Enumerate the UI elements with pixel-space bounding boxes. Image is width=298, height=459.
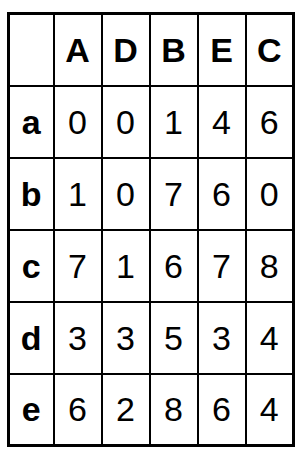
cell-d-C: 4 [246,302,294,374]
cell-c-E: 7 [198,230,246,302]
row-e: e 6 2 8 6 4 [9,374,294,446]
cell-e-A: 6 [54,374,102,446]
row-header-e: e [9,374,54,446]
row-header-d: d [9,302,54,374]
row-b: b 1 0 7 6 0 [9,158,294,230]
cell-e-B: 8 [150,374,198,446]
cell-b-C: 0 [246,158,294,230]
col-header-E: E [198,14,246,86]
cell-a-B: 1 [150,86,198,158]
cell-b-B: 7 [150,158,198,230]
row-header-c: c [9,230,54,302]
row-header-b: b [9,158,54,230]
cell-b-A: 1 [54,158,102,230]
col-header-A: A [54,14,102,86]
cell-c-C: 8 [246,230,294,302]
cell-d-A: 3 [54,302,102,374]
cell-a-C: 6 [246,86,294,158]
cell-a-D: 0 [102,86,150,158]
cell-a-A: 0 [54,86,102,158]
row-header-a: a [9,86,54,158]
cell-d-B: 5 [150,302,198,374]
cell-e-C: 4 [246,374,294,446]
cell-d-E: 3 [198,302,246,374]
row-c: c 7 1 6 7 8 [9,230,294,302]
row-d: d 3 3 5 3 4 [9,302,294,374]
matrix-table: A D B E C a 0 0 1 4 6 b 1 0 7 6 0 [7,12,295,447]
cell-b-E: 6 [198,158,246,230]
col-header-B: B [150,14,198,86]
cell-d-D: 3 [102,302,150,374]
corner-cell [9,14,54,86]
cell-a-E: 4 [198,86,246,158]
cell-e-D: 2 [102,374,150,446]
col-header-D: D [102,14,150,86]
cell-c-B: 6 [150,230,198,302]
cell-c-A: 7 [54,230,102,302]
row-a: a 0 0 1 4 6 [9,86,294,158]
number-matrix-board: A D B E C a 0 0 1 4 6 b 1 0 7 6 0 [7,12,295,447]
cell-b-D: 0 [102,158,150,230]
col-header-C: C [246,14,294,86]
cell-e-E: 6 [198,374,246,446]
cell-c-D: 1 [102,230,150,302]
header-row: A D B E C [9,14,294,86]
